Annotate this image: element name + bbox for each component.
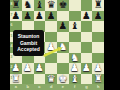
square-h5[interactable]	[92, 32, 104, 43]
square-h6[interactable]	[92, 21, 104, 32]
square-d4[interactable]: ♟	[45, 42, 57, 53]
square-f5[interactable]	[69, 32, 81, 43]
square-b8[interactable]: ♞	[22, 0, 34, 11]
rank-label-1: 1	[11, 77, 13, 81]
square-h7[interactable]: ♟	[92, 11, 104, 22]
piece-white-rook[interactable]: ♜	[11, 74, 20, 84]
square-a7[interactable]: ♟7	[10, 11, 22, 22]
piece-white-king[interactable]: ♚	[58, 74, 67, 84]
square-b1[interactable]	[22, 74, 34, 85]
square-f6[interactable]: ♝	[69, 21, 81, 32]
piece-white-pawn[interactable]: ♟	[94, 63, 103, 73]
file-coordinates-strip: abcdefgh	[10, 84, 104, 90]
square-d3[interactable]	[45, 53, 57, 64]
square-f2[interactable]: ♟	[69, 63, 81, 74]
piece-white-knight[interactable]: ♞	[70, 53, 79, 63]
file-label-f: f	[69, 85, 81, 89]
square-g6[interactable]	[81, 21, 93, 32]
rank-label-6: 6	[11, 24, 13, 28]
piece-white-queen[interactable]: ♛	[47, 74, 56, 84]
square-g7[interactable]: ♟	[81, 11, 93, 22]
piece-black-pawn[interactable]: ♟	[94, 11, 103, 21]
piece-white-pawn[interactable]: ♟	[35, 63, 44, 73]
square-f3[interactable]: ♞	[69, 53, 81, 64]
file-label-e: e	[57, 85, 69, 89]
square-a8[interactable]: ♜8	[10, 0, 22, 11]
square-a1[interactable]: ♜1	[10, 74, 22, 85]
square-d8[interactable]: ♛	[45, 0, 57, 11]
rank-label-7: 7	[11, 14, 13, 18]
square-f1[interactable]: ♝	[69, 74, 81, 85]
square-b2[interactable]: ♟	[22, 63, 34, 74]
square-f4[interactable]	[69, 42, 81, 53]
piece-black-pawn[interactable]: ♟	[23, 11, 32, 21]
square-g8[interactable]	[81, 0, 93, 11]
square-g1[interactable]	[81, 74, 93, 85]
square-f7[interactable]	[69, 11, 81, 22]
rank-label-8: 8	[11, 3, 13, 7]
piece-white-rook[interactable]: ♜	[94, 74, 103, 84]
square-e4[interactable]: ♞	[57, 42, 69, 53]
piece-black-rook[interactable]: ♜	[11, 0, 20, 10]
square-e7[interactable]	[57, 11, 69, 22]
square-g4[interactable]	[81, 42, 93, 53]
square-h8[interactable]: ♜	[92, 0, 104, 11]
square-e2[interactable]	[57, 63, 69, 74]
file-label-c: c	[34, 85, 46, 89]
square-e1[interactable]: ♚	[57, 74, 69, 85]
square-d2[interactable]	[45, 63, 57, 74]
square-d1[interactable]: ♛	[45, 74, 57, 85]
square-e6[interactable]: ♟	[57, 21, 69, 32]
file-label-b: b	[22, 85, 34, 89]
square-d6[interactable]	[45, 21, 57, 32]
file-label-g: g	[81, 85, 93, 89]
square-d7[interactable]: ♟	[45, 11, 57, 22]
piece-black-knight[interactable]: ♞	[23, 0, 32, 10]
piece-white-pawn[interactable]: ♟	[11, 63, 20, 73]
square-e5[interactable]	[57, 32, 69, 43]
square-a2[interactable]: ♟2	[10, 63, 22, 74]
square-b7[interactable]: ♟	[22, 11, 34, 22]
square-d5[interactable]	[45, 32, 57, 43]
square-h1[interactable]: ♜	[92, 74, 104, 85]
file-label-h: h	[92, 85, 104, 89]
square-h3[interactable]	[92, 53, 104, 64]
file-label-d: d	[45, 85, 57, 89]
square-c8[interactable]: ♝	[34, 0, 46, 11]
file-label-a: a	[10, 85, 22, 89]
piece-black-pawn[interactable]: ♟	[35, 11, 44, 21]
square-g5[interactable]	[81, 32, 93, 43]
piece-black-pawn[interactable]: ♟	[11, 11, 20, 21]
piece-white-knight[interactable]: ♞	[58, 42, 67, 52]
piece-black-bishop[interactable]: ♝	[70, 21, 79, 31]
rank-label-2: 2	[11, 66, 13, 70]
square-g3[interactable]	[81, 53, 93, 64]
piece-white-pawn[interactable]: ♟	[70, 63, 79, 73]
opening-name-overlay: Staunton Gambit Accepted	[13, 30, 44, 56]
piece-black-pawn[interactable]: ♟	[82, 11, 91, 21]
square-c1[interactable]	[34, 74, 46, 85]
piece-black-rook[interactable]: ♜	[94, 0, 103, 10]
square-h2[interactable]: ♟	[92, 63, 104, 74]
piece-black-king[interactable]: ♚	[58, 0, 67, 10]
square-e3[interactable]	[57, 53, 69, 64]
video-frame: ♜8♞♝♛♚♜♟7♟♟♟♟♟6♟♝54♟♞3♞♟2♟♟♟♟♟♜1♛♚♝♜ abc…	[0, 0, 120, 90]
overlay-line-3: Accepted	[17, 46, 40, 53]
rank-label-3: 3	[11, 56, 13, 60]
piece-white-pawn[interactable]: ♟	[23, 63, 32, 73]
piece-black-pawn[interactable]: ♟	[47, 11, 56, 21]
square-g2[interactable]: ♟	[81, 63, 93, 74]
piece-black-pawn[interactable]: ♟	[58, 21, 67, 31]
square-f8[interactable]	[69, 0, 81, 11]
piece-white-pawn[interactable]: ♟	[82, 63, 91, 73]
piece-black-queen[interactable]: ♛	[47, 0, 56, 10]
square-c2[interactable]: ♟	[34, 63, 46, 74]
piece-white-bishop[interactable]: ♝	[70, 74, 79, 84]
square-h4[interactable]	[92, 42, 104, 53]
square-c7[interactable]: ♟	[34, 11, 46, 22]
square-e8[interactable]: ♚	[57, 0, 69, 11]
piece-white-pawn[interactable]: ♟	[47, 42, 56, 52]
piece-black-bishop[interactable]: ♝	[35, 0, 44, 10]
